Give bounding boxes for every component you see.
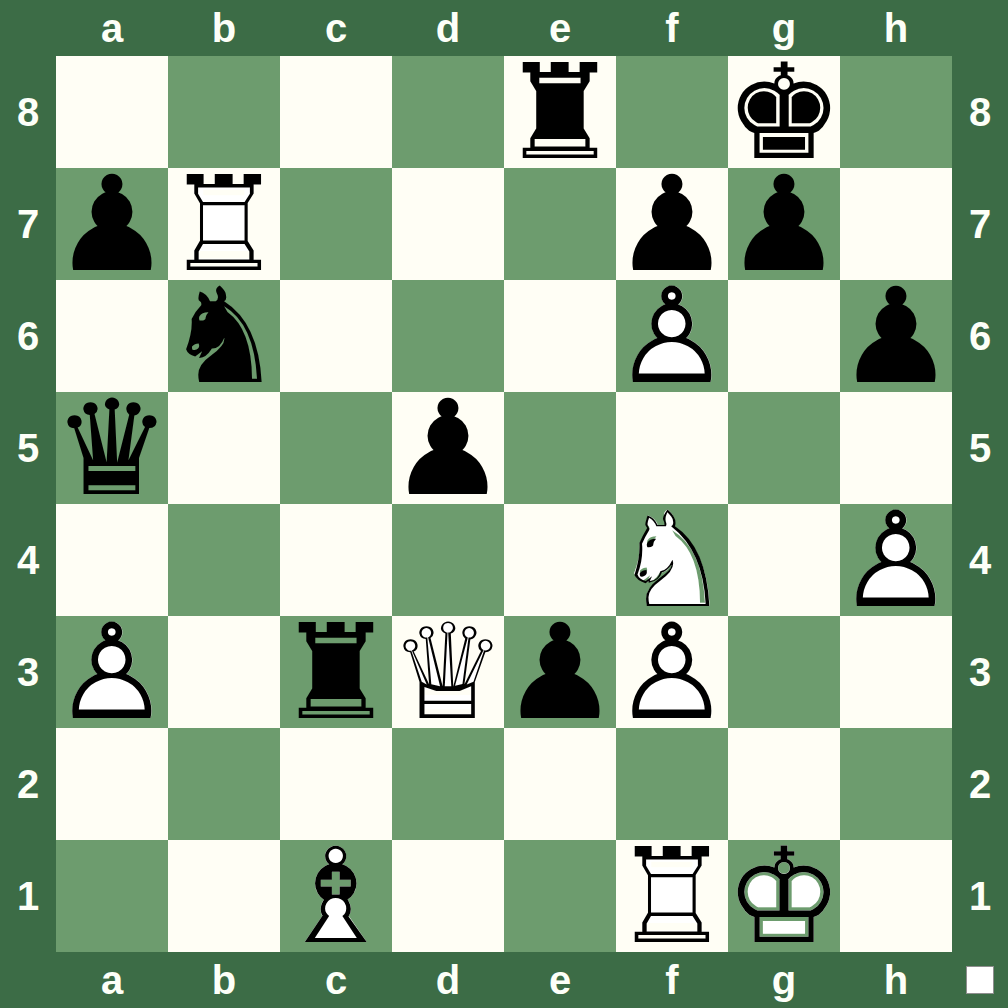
square-d1[interactable] [392,840,504,952]
piece-white-rook[interactable]: ♜ [168,168,280,280]
square-h1[interactable] [840,840,952,952]
rank-label-8: 8 [0,56,56,168]
square-f4[interactable]: ♞♘ [616,504,728,616]
square-e3[interactable]: ♟ [504,616,616,728]
piece-white-rook[interactable]: ♜ [616,840,728,952]
rank-label-2: 2 [952,728,1008,840]
piece-white-pawn[interactable]: ♟ [840,504,952,616]
piece-black-pawn[interactable]: ♟ [504,616,616,728]
piece-white-king[interactable]: ♚ [728,840,840,952]
rank-label-5: 5 [0,392,56,504]
square-f2[interactable] [616,728,728,840]
file-label-c: c [280,952,392,1008]
rank-labels-right: 87654321 [952,56,1008,952]
rank-label-3: 3 [0,616,56,728]
piece-outline: ♙ [616,280,728,392]
piece-outline: ♕ [392,616,504,728]
square-e4[interactable] [504,504,616,616]
file-label-c: c [280,0,392,56]
square-b5[interactable] [168,392,280,504]
rank-label-4: 4 [952,504,1008,616]
square-c6[interactable] [280,280,392,392]
square-c3[interactable]: ♜ [280,616,392,728]
piece-black-queen[interactable]: ♛ [56,392,168,504]
square-d6[interactable] [392,280,504,392]
file-labels-top: abcdefgh [56,0,952,56]
piece-outline: ♙ [840,504,952,616]
square-g8[interactable]: ♚ [728,56,840,168]
square-g5[interactable] [728,392,840,504]
square-g7[interactable]: ♟ [728,168,840,280]
square-a2[interactable] [56,728,168,840]
square-c7[interactable] [280,168,392,280]
file-labels-bottom: abcdefgh [56,952,952,1008]
square-d5[interactable]: ♟ [392,392,504,504]
square-h3[interactable] [840,616,952,728]
piece-black-pawn[interactable]: ♟ [840,280,952,392]
square-h7[interactable] [840,168,952,280]
square-h5[interactable] [840,392,952,504]
file-label-g: g [728,0,840,56]
piece-white-pawn[interactable]: ♟ [56,616,168,728]
square-d7[interactable] [392,168,504,280]
square-b2[interactable] [168,728,280,840]
rank-label-1: 1 [0,840,56,952]
piece-black-rook[interactable]: ♜ [280,616,392,728]
square-d8[interactable] [392,56,504,168]
piece-black-king[interactable]: ♚ [728,56,840,168]
piece-black-pawn[interactable]: ♟ [56,168,168,280]
square-b6[interactable]: ♞ [168,280,280,392]
square-d4[interactable] [392,504,504,616]
white-to-move-indicator [966,966,994,994]
square-b8[interactable] [168,56,280,168]
rank-label-6: 6 [0,280,56,392]
file-label-d: d [392,0,504,56]
square-f3[interactable]: ♟♙ [616,616,728,728]
square-h2[interactable] [840,728,952,840]
square-d3[interactable]: ♛♕ [392,616,504,728]
square-e7[interactable] [504,168,616,280]
file-label-b: b [168,0,280,56]
square-b4[interactable] [168,504,280,616]
square-f7[interactable]: ♟ [616,168,728,280]
square-a3[interactable]: ♟♙ [56,616,168,728]
piece-outline: ♘ [616,504,728,616]
piece-black-pawn[interactable]: ♟ [616,168,728,280]
square-g6[interactable] [728,280,840,392]
rank-label-8: 8 [952,56,1008,168]
square-a8[interactable] [56,56,168,168]
square-b3[interactable] [168,616,280,728]
rank-label-7: 7 [952,168,1008,280]
file-label-e: e [504,0,616,56]
file-label-h: h [840,0,952,56]
square-c2[interactable] [280,728,392,840]
file-label-h: h [840,952,952,1008]
file-label-d: d [392,952,504,1008]
square-f1[interactable]: ♜♖ [616,840,728,952]
file-label-e: e [504,952,616,1008]
file-label-b: b [168,952,280,1008]
chess-board: ♜♚♟♜♖♟♟♞♟♙♟♛♟♞♘♟♙♟♙♜♛♕♟♟♙♝♗♜♖♚♔ [56,56,952,952]
square-f6[interactable]: ♟♙ [616,280,728,392]
piece-black-knight[interactable]: ♞ [168,280,280,392]
rank-label-1: 1 [952,840,1008,952]
file-label-a: a [56,952,168,1008]
square-g2[interactable] [728,728,840,840]
square-c4[interactable] [280,504,392,616]
square-c8[interactable] [280,56,392,168]
square-b1[interactable] [168,840,280,952]
chess-board-frame: abcdefgh 87654321 ♜♚♟♜♖♟♟♞♟♙♟♛♟♞♘♟♙♟♙♜♛♕… [0,0,1008,1008]
piece-black-pawn[interactable]: ♟ [728,168,840,280]
piece-outline: ♙ [616,616,728,728]
rank-label-7: 7 [0,168,56,280]
square-d2[interactable] [392,728,504,840]
square-f5[interactable] [616,392,728,504]
square-a6[interactable] [56,280,168,392]
rank-label-4: 4 [0,504,56,616]
square-e2[interactable] [504,728,616,840]
piece-outline: ♖ [616,840,728,952]
rank-labels-left: 87654321 [0,56,56,952]
rank-label-2: 2 [0,728,56,840]
piece-black-pawn[interactable]: ♟ [392,392,504,504]
square-e8[interactable]: ♜ [504,56,616,168]
piece-outline: ♙ [56,616,168,728]
square-c1[interactable]: ♝♗ [280,840,392,952]
piece-outline: ♖ [168,168,280,280]
rank-label-5: 5 [952,392,1008,504]
piece-white-pawn[interactable]: ♟ [616,616,728,728]
square-a4[interactable] [56,504,168,616]
square-a7[interactable]: ♟ [56,168,168,280]
piece-white-knight[interactable]: ♞ [616,504,728,616]
piece-white-pawn[interactable]: ♟ [616,280,728,392]
square-g3[interactable] [728,616,840,728]
piece-outline: ♔ [728,840,840,952]
square-a1[interactable] [56,840,168,952]
square-e6[interactable] [504,280,616,392]
piece-black-rook[interactable]: ♜ [504,56,616,168]
square-b7[interactable]: ♜♖ [168,168,280,280]
file-label-a: a [56,0,168,56]
square-f8[interactable] [616,56,728,168]
file-label-g: g [728,952,840,1008]
square-e1[interactable] [504,840,616,952]
piece-outline: ♗ [280,840,392,952]
file-label-f: f [616,952,728,1008]
square-h6[interactable]: ♟ [840,280,952,392]
square-h4[interactable]: ♟♙ [840,504,952,616]
piece-white-bishop[interactable]: ♝ [280,840,392,952]
rank-label-3: 3 [952,616,1008,728]
square-e5[interactable] [504,392,616,504]
square-g4[interactable] [728,504,840,616]
square-c5[interactable] [280,392,392,504]
rank-label-6: 6 [952,280,1008,392]
square-h8[interactable] [840,56,952,168]
file-label-f: f [616,0,728,56]
square-g1[interactable]: ♚♔ [728,840,840,952]
square-a5[interactable]: ♛ [56,392,168,504]
piece-white-queen[interactable]: ♛ [392,616,504,728]
